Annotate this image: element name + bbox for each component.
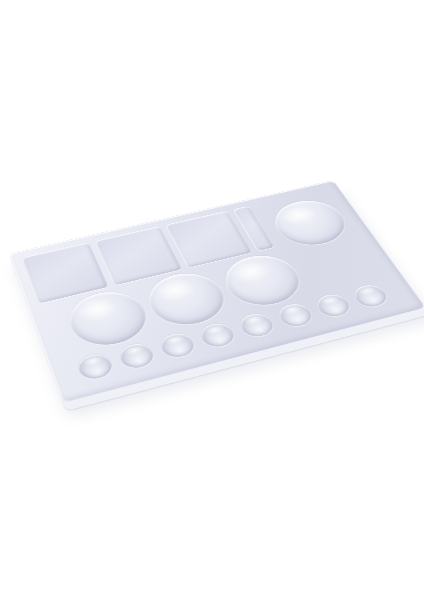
well-small-round-6	[275, 301, 317, 329]
well-large-round-3	[215, 249, 310, 312]
paint-palette	[8, 180, 424, 404]
well-small-round-5	[236, 311, 278, 340]
well-small-round-4	[197, 321, 238, 350]
well-large-round-2	[140, 267, 234, 332]
well-large-round-4	[265, 195, 356, 251]
well-small-round-7	[312, 292, 354, 320]
well-small-round-1	[75, 351, 116, 382]
photo-canvas	[0, 0, 424, 600]
well-small-round-8	[350, 282, 392, 309]
well-large-round-1	[62, 285, 156, 352]
palette-top-surface	[8, 180, 424, 404]
well-small-round-2	[116, 341, 157, 371]
well-small-round-3	[157, 331, 198, 361]
